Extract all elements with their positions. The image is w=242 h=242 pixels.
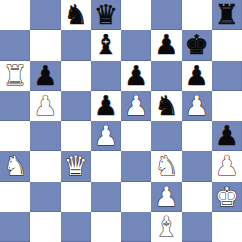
square-f4[interactable] <box>151 121 181 151</box>
square-b3[interactable] <box>30 151 60 181</box>
square-g5[interactable]: ♟ <box>182 91 212 121</box>
piece-black-knight[interactable]: ♞ <box>154 91 178 121</box>
piece-white-pawn[interactable]: ♟ <box>124 91 148 121</box>
square-e3[interactable] <box>121 151 151 181</box>
square-b4[interactable] <box>30 121 60 151</box>
piece-white-bishop[interactable]: ♝ <box>154 212 178 242</box>
square-c1[interactable] <box>61 212 91 242</box>
square-f7[interactable]: ♟ <box>151 30 181 60</box>
square-d6[interactable] <box>91 61 121 91</box>
square-g8[interactable] <box>182 0 212 30</box>
square-b7[interactable] <box>30 30 60 60</box>
square-e6[interactable]: ♟ <box>121 61 151 91</box>
piece-black-king[interactable]: ♚ <box>185 30 209 60</box>
square-f2[interactable]: ♟ <box>151 182 181 212</box>
piece-black-knight[interactable]: ♞ <box>64 0 88 30</box>
square-f6[interactable] <box>151 61 181 91</box>
square-c3[interactable]: ♛ <box>61 151 91 181</box>
piece-white-pawn[interactable]: ♟ <box>33 91 57 121</box>
square-h7[interactable] <box>212 30 242 60</box>
square-h6[interactable] <box>212 61 242 91</box>
square-f8[interactable] <box>151 0 181 30</box>
piece-white-pawn[interactable]: ♟ <box>215 151 239 181</box>
square-f5[interactable]: ♞ <box>151 91 181 121</box>
square-a4[interactable] <box>0 121 30 151</box>
square-g1[interactable] <box>182 212 212 242</box>
square-c2[interactable] <box>61 182 91 212</box>
piece-black-queen[interactable]: ♛ <box>94 0 118 30</box>
square-a2[interactable] <box>0 182 30 212</box>
square-h5[interactable] <box>212 91 242 121</box>
piece-black-pawn[interactable]: ♟ <box>154 30 178 60</box>
square-h8[interactable]: ♜ <box>212 0 242 30</box>
chess-board: ♞♛♜♝♟♚♜♟♟♟♟♟♟♞♟♟♟♞♛♞♟♟♚♝ <box>0 0 242 242</box>
square-a6[interactable]: ♜ <box>0 61 30 91</box>
square-c6[interactable] <box>61 61 91 91</box>
piece-white-knight[interactable]: ♞ <box>154 151 178 181</box>
square-c8[interactable]: ♞ <box>61 0 91 30</box>
square-g4[interactable] <box>182 121 212 151</box>
piece-white-pawn[interactable]: ♟ <box>94 121 118 151</box>
square-b8[interactable] <box>30 0 60 30</box>
square-a8[interactable] <box>0 0 30 30</box>
square-e4[interactable] <box>121 121 151 151</box>
square-g7[interactable]: ♚ <box>182 30 212 60</box>
piece-white-rook[interactable]: ♜ <box>3 61 27 91</box>
square-b1[interactable] <box>30 212 60 242</box>
square-a7[interactable] <box>0 30 30 60</box>
square-b5[interactable]: ♟ <box>30 91 60 121</box>
piece-black-pawn[interactable]: ♟ <box>185 61 209 91</box>
square-d2[interactable] <box>91 182 121 212</box>
square-e1[interactable] <box>121 212 151 242</box>
square-g3[interactable] <box>182 151 212 181</box>
square-f3[interactable]: ♞ <box>151 151 181 181</box>
piece-black-pawn[interactable]: ♟ <box>215 121 239 151</box>
square-g2[interactable] <box>182 182 212 212</box>
square-h3[interactable]: ♟ <box>212 151 242 181</box>
square-g6[interactable]: ♟ <box>182 61 212 91</box>
piece-black-rook[interactable]: ♜ <box>215 0 239 30</box>
piece-white-pawn[interactable]: ♟ <box>154 182 178 212</box>
square-d8[interactable]: ♛ <box>91 0 121 30</box>
square-a3[interactable]: ♞ <box>0 151 30 181</box>
piece-white-queen[interactable]: ♛ <box>64 151 88 181</box>
square-f1[interactable]: ♝ <box>151 212 181 242</box>
square-d4[interactable]: ♟ <box>91 121 121 151</box>
square-c7[interactable] <box>61 30 91 60</box>
square-h4[interactable]: ♟ <box>212 121 242 151</box>
square-c4[interactable] <box>61 121 91 151</box>
square-e7[interactable] <box>121 30 151 60</box>
square-e2[interactable] <box>121 182 151 212</box>
square-h1[interactable] <box>212 212 242 242</box>
square-h2[interactable]: ♚ <box>212 182 242 212</box>
piece-black-bishop[interactable]: ♝ <box>94 30 118 60</box>
piece-black-pawn[interactable]: ♟ <box>33 61 57 91</box>
piece-white-pawn[interactable]: ♟ <box>185 91 209 121</box>
square-d5[interactable]: ♟ <box>91 91 121 121</box>
piece-white-knight[interactable]: ♞ <box>3 151 27 181</box>
piece-black-pawn[interactable]: ♟ <box>94 91 118 121</box>
piece-white-king[interactable]: ♚ <box>215 182 239 212</box>
square-a1[interactable] <box>0 212 30 242</box>
square-d1[interactable] <box>91 212 121 242</box>
square-a5[interactable] <box>0 91 30 121</box>
square-d7[interactable]: ♝ <box>91 30 121 60</box>
square-c5[interactable] <box>61 91 91 121</box>
square-e5[interactable]: ♟ <box>121 91 151 121</box>
square-d3[interactable] <box>91 151 121 181</box>
piece-black-pawn[interactable]: ♟ <box>124 61 148 91</box>
square-b6[interactable]: ♟ <box>30 61 60 91</box>
square-e8[interactable] <box>121 0 151 30</box>
square-b2[interactable] <box>30 182 60 212</box>
